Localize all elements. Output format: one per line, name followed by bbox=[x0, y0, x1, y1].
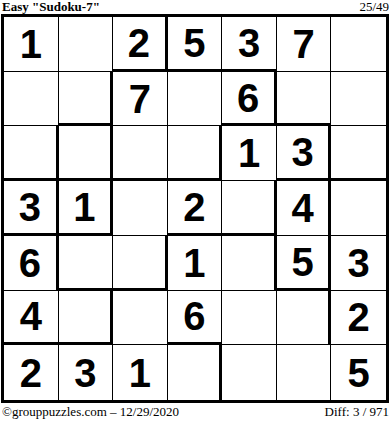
cell-r3c7-empty[interactable] bbox=[331, 126, 386, 181]
cell-r5c6-given: 5 bbox=[277, 236, 332, 291]
cell-r1c2-empty[interactable] bbox=[59, 17, 114, 72]
cell-r2c4-empty[interactable] bbox=[168, 72, 223, 127]
cell-r4c4-given: 2 bbox=[168, 181, 223, 236]
copyright-text: ©grouppuzzles.com – 12/29/2020 bbox=[2, 405, 179, 419]
cell-r6c4-given: 6 bbox=[168, 291, 223, 346]
cell-r5c3-empty[interactable] bbox=[113, 236, 168, 291]
cell-r5c1-given: 6 bbox=[4, 236, 59, 291]
cell-r1c1-given: 1 bbox=[4, 17, 59, 72]
header: Easy "Sudoku-7" 25/49 bbox=[2, 0, 389, 14]
cell-r7c3-given: 1 bbox=[113, 345, 168, 400]
cell-r2c3-given: 7 bbox=[113, 72, 168, 127]
cell-r1c3-given: 2 bbox=[113, 17, 168, 72]
cell-r2c1-empty[interactable] bbox=[4, 72, 59, 127]
cell-r5c5-empty[interactable] bbox=[222, 236, 277, 291]
cell-r7c4-empty[interactable] bbox=[168, 345, 223, 400]
cell-r7c2-given: 3 bbox=[59, 345, 114, 400]
cell-r2c7-empty[interactable] bbox=[331, 72, 386, 127]
board: 125377613312461534622315 bbox=[1, 14, 389, 403]
difficulty-rating: Diff: 3 / 971 bbox=[325, 405, 389, 419]
cell-r4c6-given: 4 bbox=[277, 181, 332, 236]
cell-r7c7-given: 5 bbox=[331, 345, 386, 400]
cell-r5c2-empty[interactable] bbox=[59, 236, 114, 291]
cell-r7c1-given: 2 bbox=[4, 345, 59, 400]
cell-r7c5-empty[interactable] bbox=[222, 345, 277, 400]
cell-r1c4-given: 5 bbox=[168, 17, 223, 72]
cell-r3c1-empty[interactable] bbox=[4, 126, 59, 181]
cell-r4c3-empty[interactable] bbox=[113, 181, 168, 236]
footer: ©grouppuzzles.com – 12/29/2020 Diff: 3 /… bbox=[2, 405, 389, 423]
cell-r2c5-given: 6 bbox=[222, 72, 277, 127]
cell-r2c2-empty[interactable] bbox=[59, 72, 114, 127]
page-title: Easy "Sudoku-7" bbox=[2, 0, 100, 13]
cell-r6c3-empty[interactable] bbox=[113, 291, 168, 346]
cell-r6c5-empty[interactable] bbox=[222, 291, 277, 346]
cell-r3c6-given: 3 bbox=[277, 126, 332, 181]
cell-r1c6-given: 7 bbox=[277, 17, 332, 72]
cell-r1c7-empty[interactable] bbox=[331, 17, 386, 72]
cell-r6c6-empty[interactable] bbox=[277, 291, 332, 346]
cell-r5c7-given: 3 bbox=[331, 236, 386, 291]
cell-r7c6-empty[interactable] bbox=[277, 345, 332, 400]
cell-r4c2-given: 1 bbox=[59, 181, 114, 236]
puzzle-page: Easy "Sudoku-7" 25/49 125377613312461534… bbox=[0, 0, 391, 426]
cell-r4c7-empty[interactable] bbox=[331, 181, 386, 236]
cell-r1c5-given: 3 bbox=[222, 17, 277, 72]
cell-r6c1-given: 4 bbox=[4, 291, 59, 346]
cell-r5c4-given: 1 bbox=[168, 236, 223, 291]
cell-r3c2-empty[interactable] bbox=[59, 126, 114, 181]
cell-r3c3-empty[interactable] bbox=[113, 126, 168, 181]
cell-r3c4-empty[interactable] bbox=[168, 126, 223, 181]
cell-r6c7-given: 2 bbox=[331, 291, 386, 346]
cell-r2c6-empty[interactable] bbox=[277, 72, 332, 127]
cell-r4c5-empty[interactable] bbox=[222, 181, 277, 236]
cell-r4c1-given: 3 bbox=[4, 181, 59, 236]
cell-r6c2-empty[interactable] bbox=[59, 291, 114, 346]
cell-r3c5-given: 1 bbox=[222, 126, 277, 181]
cells-remaining-counter: 25/49 bbox=[359, 0, 389, 13]
